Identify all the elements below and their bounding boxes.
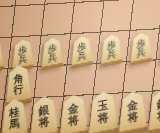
square-6g: 歩兵	[68, 33, 101, 66]
square-6i: 金将	[60, 95, 93, 128]
piece-kanji: 金将	[59, 92, 89, 133]
piece-kanji: 歩兵	[41, 36, 64, 71]
square-4g: 歩兵	[127, 29, 160, 62]
piece-kanji: 歩兵	[100, 32, 123, 67]
square-5i: 玉将	[90, 93, 123, 126]
piece-kanji: 歩兵	[159, 29, 160, 64]
shogi-board-photo: 歩兵 歩兵 歩兵 歩兵 歩兵 歩兵	[0, 0, 160, 133]
square-5g: 歩兵	[97, 31, 130, 64]
square-8g: 歩兵	[8, 36, 41, 69]
shogi-board: 歩兵 歩兵 歩兵 歩兵 歩兵 歩兵	[0, 0, 160, 133]
piece-kanji: 歩兵	[130, 31, 153, 66]
piece-kanji: 桂馬	[0, 96, 28, 133]
square-7i: 銀将	[31, 97, 64, 130]
square-8i: 桂馬	[1, 98, 34, 131]
piece-kanji: 銀将	[29, 94, 59, 133]
square-4i: 金将	[120, 92, 153, 125]
piece-kanji: 金将	[118, 89, 148, 133]
square-8h: 角行	[5, 67, 38, 100]
piece-kanji: 歩兵	[0, 39, 5, 74]
square-7g: 歩兵	[38, 34, 71, 67]
piece-kanji: 歩兵	[70, 34, 93, 69]
